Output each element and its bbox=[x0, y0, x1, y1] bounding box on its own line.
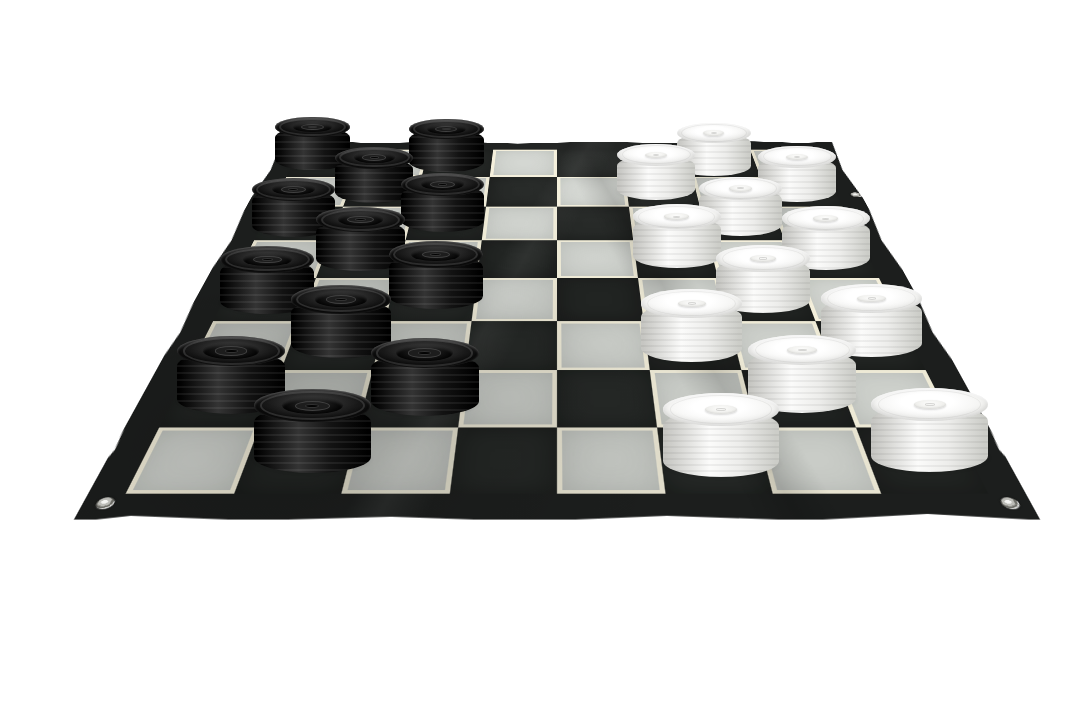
disc-top bbox=[758, 146, 837, 168]
disc-top bbox=[663, 393, 780, 426]
disc-top bbox=[716, 245, 810, 271]
disc-top bbox=[401, 173, 484, 196]
disc-top bbox=[177, 336, 285, 366]
disc-top bbox=[677, 123, 751, 144]
checker-white-f3[interactable] bbox=[641, 289, 742, 361]
checker-white-f1[interactable] bbox=[663, 393, 780, 477]
disc-top bbox=[699, 177, 782, 200]
product-photo-scene bbox=[0, 0, 1086, 724]
disc-top bbox=[220, 246, 314, 272]
disc-top bbox=[871, 388, 988, 421]
disc-top bbox=[371, 338, 479, 368]
checker-white-f5[interactable] bbox=[633, 204, 721, 267]
disc-top bbox=[409, 119, 483, 140]
checker-black-b1[interactable] bbox=[254, 389, 371, 473]
disc-top bbox=[617, 144, 696, 166]
disc-top bbox=[275, 117, 349, 138]
checker-black-c8[interactable] bbox=[409, 119, 483, 173]
disc-top bbox=[252, 178, 335, 201]
disc-top bbox=[254, 389, 371, 422]
disc-top bbox=[641, 289, 742, 317]
disc-top bbox=[291, 285, 392, 313]
disc-top bbox=[782, 206, 870, 231]
disc-top bbox=[389, 241, 483, 267]
disc-top bbox=[335, 147, 414, 169]
checker-white-h1[interactable] bbox=[871, 388, 988, 472]
disc-top bbox=[748, 335, 856, 365]
disc-top bbox=[633, 204, 721, 229]
disc-top bbox=[821, 284, 922, 312]
checker-black-c6[interactable] bbox=[401, 173, 484, 233]
disc-top bbox=[316, 207, 404, 232]
pieces-layer bbox=[0, 0, 1086, 724]
checker-black-c2[interactable] bbox=[371, 338, 479, 416]
checker-white-f7[interactable] bbox=[617, 144, 696, 201]
checker-black-c4[interactable] bbox=[389, 241, 483, 309]
